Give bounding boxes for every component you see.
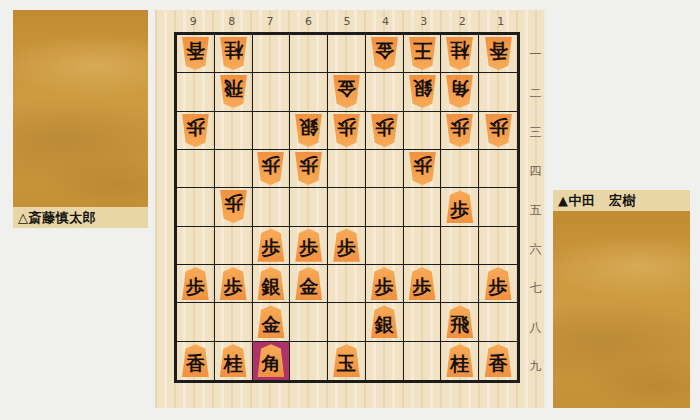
piece-gote-pawn[interactable]: 歩 (294, 152, 323, 185)
square-4七[interactable]: 歩 (366, 265, 404, 303)
gote-komadai-wood (13, 10, 148, 207)
square-6八[interactable] (290, 303, 328, 341)
piece-sente-gold[interactable]: 金 (256, 305, 285, 338)
square-9九[interactable]: 香 (177, 342, 215, 380)
square-4二[interactable] (366, 73, 404, 111)
rank-label-5: 五 (527, 191, 544, 230)
square-3二[interactable]: 銀 (404, 73, 442, 111)
square-6六[interactable]: 歩 (290, 227, 328, 265)
square-3七[interactable]: 歩 (404, 265, 442, 303)
piece-sente-pawn[interactable]: 歩 (370, 267, 399, 300)
piece-gote-silver[interactable]: 銀 (408, 75, 437, 108)
gote-player-label: △斎藤慎太郎 (13, 207, 148, 228)
square-2七[interactable] (441, 265, 479, 303)
rank-label-7: 七 (527, 269, 544, 308)
shogi-board-panel: 987654321 香桂金王桂香飛金銀角歩銀歩歩歩歩歩歩歩歩歩歩歩歩歩歩銀金歩歩… (155, 10, 545, 408)
square-2二[interactable]: 角 (441, 73, 479, 111)
piece-gote-gold[interactable]: 金 (332, 75, 361, 108)
piece-gote-lance[interactable]: 香 (181, 37, 210, 70)
square-4八[interactable]: 銀 (366, 303, 404, 341)
square-3三[interactable] (404, 112, 442, 150)
piece-gote-king[interactable]: 王 (408, 37, 437, 70)
square-6二[interactable] (290, 73, 328, 111)
rank-labels: 一二三四五六七八九 (527, 35, 544, 386)
piece-gote-pawn[interactable]: 歩 (445, 114, 474, 147)
sente-komadai: ▲中田 宏樹 (553, 190, 690, 408)
square-5八[interactable] (328, 303, 366, 341)
square-2四[interactable] (441, 150, 479, 188)
square-3六[interactable] (404, 227, 442, 265)
square-1九[interactable]: 香 (479, 342, 517, 380)
square-3四[interactable]: 歩 (404, 150, 442, 188)
piece-sente-pawn[interactable]: 歩 (408, 267, 437, 300)
file-label-3: 3 (405, 13, 443, 30)
square-4五[interactable] (366, 188, 404, 226)
square-6五[interactable] (290, 188, 328, 226)
square-2六[interactable] (441, 227, 479, 265)
piece-gote-pawn[interactable]: 歩 (181, 114, 210, 147)
square-3九[interactable] (404, 342, 442, 380)
square-8二[interactable]: 飛 (215, 73, 253, 111)
square-5四[interactable] (328, 150, 366, 188)
square-5二[interactable]: 金 (328, 73, 366, 111)
square-2九[interactable]: 桂 (441, 342, 479, 380)
square-7九[interactable]: 角 (253, 342, 291, 380)
sente-komadai-wood (553, 211, 690, 408)
square-7五[interactable] (253, 188, 291, 226)
square-5三[interactable]: 歩 (328, 112, 366, 150)
square-4九[interactable] (366, 342, 404, 380)
sente-player-label: ▲中田 宏樹 (553, 190, 690, 211)
shogi-app: △斎藤慎太郎 987654321 香桂金王桂香飛金銀角歩銀歩歩歩歩歩歩歩歩歩歩歩… (0, 0, 700, 420)
square-6九[interactable] (290, 342, 328, 380)
square-2一[interactable]: 桂 (441, 35, 479, 73)
square-5七[interactable] (328, 265, 366, 303)
square-1五[interactable] (479, 188, 517, 226)
rank-label-4: 四 (527, 152, 544, 191)
square-2八[interactable]: 飛 (441, 303, 479, 341)
square-9三[interactable]: 歩 (177, 112, 215, 150)
piece-sente-rook[interactable]: 飛 (445, 305, 474, 338)
piece-gote-pawn[interactable]: 歩 (484, 114, 513, 147)
piece-sente-silver[interactable]: 銀 (370, 305, 399, 338)
file-label-4: 4 (366, 13, 404, 30)
square-5一[interactable] (328, 35, 366, 73)
square-9六[interactable] (177, 227, 215, 265)
piece-gote-silver[interactable]: 銀 (294, 114, 323, 147)
file-label-9: 9 (174, 13, 212, 30)
square-7二[interactable] (253, 73, 291, 111)
rank-label-3: 三 (527, 113, 544, 152)
square-4四[interactable] (366, 150, 404, 188)
square-2三[interactable]: 歩 (441, 112, 479, 150)
file-label-2: 2 (443, 13, 481, 30)
square-8一[interactable]: 桂 (215, 35, 253, 73)
square-1三[interactable]: 歩 (479, 112, 517, 150)
square-8四[interactable] (215, 150, 253, 188)
piece-sente-pawn[interactable]: 歩 (181, 267, 210, 300)
gote-komadai: △斎藤慎太郎 (13, 10, 148, 228)
square-1七[interactable]: 歩 (479, 265, 517, 303)
square-7六[interactable]: 歩 (253, 227, 291, 265)
shogi-board-grid: 香桂金王桂香飛金銀角歩銀歩歩歩歩歩歩歩歩歩歩歩歩歩歩銀金歩歩歩金銀飛香桂角玉桂香 (174, 32, 520, 383)
piece-gote-lance[interactable]: 香 (484, 37, 513, 70)
square-3八[interactable] (404, 303, 442, 341)
square-8六[interactable] (215, 227, 253, 265)
square-9一[interactable]: 香 (177, 35, 215, 73)
piece-sente-lance[interactable]: 香 (484, 344, 513, 377)
square-9五[interactable] (177, 188, 215, 226)
piece-gote-gold[interactable]: 金 (370, 37, 399, 70)
square-7七[interactable]: 銀 (253, 265, 291, 303)
square-3五[interactable] (404, 188, 442, 226)
square-6一[interactable] (290, 35, 328, 73)
rank-label-6: 六 (527, 230, 544, 269)
piece-gote-bishop[interactable]: 角 (445, 75, 474, 108)
square-2五[interactable]: 歩 (441, 188, 479, 226)
square-8五[interactable]: 歩 (215, 188, 253, 226)
rank-label-1: 一 (527, 35, 544, 74)
square-7八[interactable]: 金 (253, 303, 291, 341)
piece-sente-pawn[interactable]: 歩 (332, 229, 361, 262)
piece-sente-king[interactable]: 玉 (332, 344, 361, 377)
piece-gote-pawn[interactable]: 歩 (332, 114, 361, 147)
square-8七[interactable]: 歩 (215, 265, 253, 303)
piece-sente-gold[interactable]: 金 (294, 267, 323, 300)
piece-sente-pawn[interactable]: 歩 (219, 267, 248, 300)
piece-gote-pawn[interactable]: 歩 (408, 152, 437, 185)
piece-sente-lance[interactable]: 香 (181, 344, 210, 377)
square-6三[interactable]: 銀 (290, 112, 328, 150)
piece-sente-pawn[interactable]: 歩 (294, 229, 323, 262)
piece-sente-pawn[interactable]: 歩 (445, 190, 474, 223)
square-3一[interactable]: 王 (404, 35, 442, 73)
piece-sente-bishop[interactable]: 角 (256, 344, 285, 377)
piece-sente-knight[interactable]: 桂 (445, 344, 474, 377)
piece-gote-knight[interactable]: 桂 (445, 37, 474, 70)
piece-sente-pawn[interactable]: 歩 (256, 229, 285, 262)
square-4六[interactable] (366, 227, 404, 265)
square-8八[interactable] (215, 303, 253, 341)
square-5六[interactable]: 歩 (328, 227, 366, 265)
rank-label-2: 二 (527, 74, 544, 113)
square-5五[interactable] (328, 188, 366, 226)
square-8三[interactable] (215, 112, 253, 150)
square-1八[interactable] (479, 303, 517, 341)
file-label-8: 8 (212, 13, 250, 30)
square-4三[interactable]: 歩 (366, 112, 404, 150)
file-label-7: 7 (251, 13, 289, 30)
rank-label-8: 八 (527, 308, 544, 347)
file-label-5: 5 (328, 13, 366, 30)
piece-sente-silver[interactable]: 銀 (256, 267, 285, 300)
square-7三[interactable] (253, 112, 291, 150)
square-1二[interactable] (479, 73, 517, 111)
square-8九[interactable]: 桂 (215, 342, 253, 380)
square-4一[interactable]: 金 (366, 35, 404, 73)
piece-sente-knight[interactable]: 桂 (219, 344, 248, 377)
piece-gote-pawn[interactable]: 歩 (256, 152, 285, 185)
piece-gote-pawn[interactable]: 歩 (370, 114, 399, 147)
square-1四[interactable] (479, 150, 517, 188)
rank-label-9: 九 (527, 347, 544, 386)
square-9七[interactable]: 歩 (177, 265, 215, 303)
file-label-1: 1 (482, 13, 520, 30)
square-9四[interactable] (177, 150, 215, 188)
piece-gote-knight[interactable]: 桂 (219, 37, 248, 70)
file-labels: 987654321 (174, 13, 520, 30)
square-1一[interactable]: 香 (479, 35, 517, 73)
piece-gote-pawn[interactable]: 歩 (219, 190, 248, 223)
piece-sente-pawn[interactable]: 歩 (484, 267, 513, 300)
square-5九[interactable]: 玉 (328, 342, 366, 380)
square-9二[interactable] (177, 73, 215, 111)
square-6四[interactable]: 歩 (290, 150, 328, 188)
square-1六[interactable] (479, 227, 517, 265)
piece-gote-rook[interactable]: 飛 (219, 75, 248, 108)
file-label-6: 6 (289, 13, 327, 30)
square-7四[interactable]: 歩 (253, 150, 291, 188)
square-9八[interactable] (177, 303, 215, 341)
square-7一[interactable] (253, 35, 291, 73)
square-6七[interactable]: 金 (290, 265, 328, 303)
